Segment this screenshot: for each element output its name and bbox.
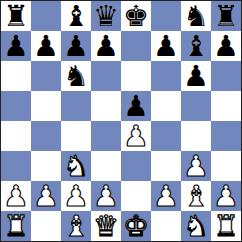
square-a3[interactable] bbox=[1, 151, 31, 181]
square-f3[interactable] bbox=[151, 151, 181, 181]
piece-white-pawn[interactable]: ♟ bbox=[153, 181, 179, 211]
square-a2[interactable]: ♟ bbox=[1, 181, 31, 211]
square-d2[interactable]: ♟ bbox=[91, 181, 121, 211]
square-g7[interactable]: ♝ bbox=[181, 31, 211, 61]
square-c5[interactable] bbox=[61, 91, 91, 121]
square-e2[interactable] bbox=[121, 181, 151, 211]
square-d6[interactable] bbox=[91, 61, 121, 91]
piece-white-pawn[interactable]: ♟ bbox=[183, 151, 209, 181]
square-f7[interactable]: ♟ bbox=[151, 31, 181, 61]
piece-white-pawn[interactable]: ♟ bbox=[63, 181, 89, 211]
square-c7[interactable]: ♟ bbox=[61, 31, 91, 61]
piece-black-king[interactable]: ♚ bbox=[123, 1, 149, 31]
piece-black-bishop[interactable]: ♝ bbox=[183, 31, 209, 61]
square-e4[interactable]: ♟ bbox=[121, 121, 151, 151]
square-d3[interactable] bbox=[91, 151, 121, 181]
piece-white-queen[interactable]: ♛ bbox=[93, 211, 119, 241]
piece-white-pawn[interactable]: ♟ bbox=[93, 181, 119, 211]
square-g6[interactable]: ♟ bbox=[181, 61, 211, 91]
square-b8[interactable] bbox=[31, 1, 61, 31]
square-b2[interactable]: ♟ bbox=[31, 181, 61, 211]
square-h1[interactable]: ♜ bbox=[211, 211, 241, 241]
square-h4[interactable] bbox=[211, 121, 241, 151]
square-b4[interactable] bbox=[31, 121, 61, 151]
piece-white-pawn[interactable]: ♟ bbox=[3, 181, 29, 211]
piece-black-knight[interactable]: ♞ bbox=[63, 61, 89, 91]
square-b7[interactable]: ♟ bbox=[31, 31, 61, 61]
square-d5[interactable] bbox=[91, 91, 121, 121]
square-c3[interactable]: ♞ bbox=[61, 151, 91, 181]
square-h7[interactable]: ♟ bbox=[211, 31, 241, 61]
piece-black-pawn[interactable]: ♟ bbox=[63, 31, 89, 61]
piece-white-king[interactable]: ♚ bbox=[123, 211, 149, 241]
square-f8[interactable] bbox=[151, 1, 181, 31]
square-g1[interactable]: ♞ bbox=[181, 211, 211, 241]
piece-black-rook[interactable]: ♜ bbox=[213, 1, 239, 31]
piece-white-rook[interactable]: ♜ bbox=[3, 211, 29, 241]
square-h3[interactable] bbox=[211, 151, 241, 181]
square-f6[interactable] bbox=[151, 61, 181, 91]
square-e8[interactable]: ♚ bbox=[121, 1, 151, 31]
square-e3[interactable] bbox=[121, 151, 151, 181]
piece-black-pawn[interactable]: ♟ bbox=[33, 31, 59, 61]
square-a6[interactable] bbox=[1, 61, 31, 91]
square-b3[interactable] bbox=[31, 151, 61, 181]
square-c2[interactable]: ♟ bbox=[61, 181, 91, 211]
piece-black-pawn[interactable]: ♟ bbox=[153, 31, 179, 61]
piece-black-pawn[interactable]: ♟ bbox=[123, 91, 149, 121]
square-a1[interactable]: ♜ bbox=[1, 211, 31, 241]
square-a5[interactable] bbox=[1, 91, 31, 121]
square-a8[interactable]: ♜ bbox=[1, 1, 31, 31]
square-c1[interactable]: ♝ bbox=[61, 211, 91, 241]
square-c6[interactable]: ♞ bbox=[61, 61, 91, 91]
square-c8[interactable]: ♝ bbox=[61, 1, 91, 31]
piece-black-pawn[interactable]: ♟ bbox=[3, 31, 29, 61]
square-d4[interactable] bbox=[91, 121, 121, 151]
square-e6[interactable] bbox=[121, 61, 151, 91]
square-f4[interactable] bbox=[151, 121, 181, 151]
square-e7[interactable] bbox=[121, 31, 151, 61]
piece-black-pawn[interactable]: ♟ bbox=[183, 61, 209, 91]
chess-board: ♜♝♛♚♞♜♟♟♟♟♟♝♟♞♟♟♟♞♟♟♟♟♟♟♝♟♜♝♛♚♞♜ bbox=[0, 0, 242, 242]
piece-black-pawn[interactable]: ♟ bbox=[93, 31, 119, 61]
square-d1[interactable]: ♛ bbox=[91, 211, 121, 241]
square-g4[interactable] bbox=[181, 121, 211, 151]
piece-black-pawn[interactable]: ♟ bbox=[213, 31, 239, 61]
square-g8[interactable]: ♞ bbox=[181, 1, 211, 31]
square-h2[interactable]: ♟ bbox=[211, 181, 241, 211]
square-e5[interactable]: ♟ bbox=[121, 91, 151, 121]
square-h5[interactable] bbox=[211, 91, 241, 121]
piece-white-pawn[interactable]: ♟ bbox=[33, 181, 59, 211]
square-g3[interactable]: ♟ bbox=[181, 151, 211, 181]
square-h8[interactable]: ♜ bbox=[211, 1, 241, 31]
piece-black-knight[interactable]: ♞ bbox=[183, 1, 209, 31]
piece-white-knight[interactable]: ♞ bbox=[183, 211, 209, 241]
square-g5[interactable] bbox=[181, 91, 211, 121]
square-f1[interactable] bbox=[151, 211, 181, 241]
square-f5[interactable] bbox=[151, 91, 181, 121]
piece-black-queen[interactable]: ♛ bbox=[93, 1, 119, 31]
square-b6[interactable] bbox=[31, 61, 61, 91]
square-a4[interactable] bbox=[1, 121, 31, 151]
square-a7[interactable]: ♟ bbox=[1, 31, 31, 61]
square-d7[interactable]: ♟ bbox=[91, 31, 121, 61]
piece-white-bishop[interactable]: ♝ bbox=[183, 181, 209, 211]
square-b1[interactable] bbox=[31, 211, 61, 241]
square-e1[interactable]: ♚ bbox=[121, 211, 151, 241]
piece-white-pawn[interactable]: ♟ bbox=[213, 181, 239, 211]
square-f2[interactable]: ♟ bbox=[151, 181, 181, 211]
square-b5[interactable] bbox=[31, 91, 61, 121]
square-d8[interactable]: ♛ bbox=[91, 1, 121, 31]
piece-white-rook[interactable]: ♜ bbox=[213, 211, 239, 241]
square-c4[interactable] bbox=[61, 121, 91, 151]
square-g2[interactable]: ♝ bbox=[181, 181, 211, 211]
square-h6[interactable] bbox=[211, 61, 241, 91]
piece-white-pawn[interactable]: ♟ bbox=[123, 121, 149, 151]
piece-black-bishop[interactable]: ♝ bbox=[63, 1, 89, 31]
piece-white-knight[interactable]: ♞ bbox=[63, 151, 89, 181]
piece-black-rook[interactable]: ♜ bbox=[3, 1, 29, 31]
piece-white-bishop[interactable]: ♝ bbox=[63, 211, 89, 241]
